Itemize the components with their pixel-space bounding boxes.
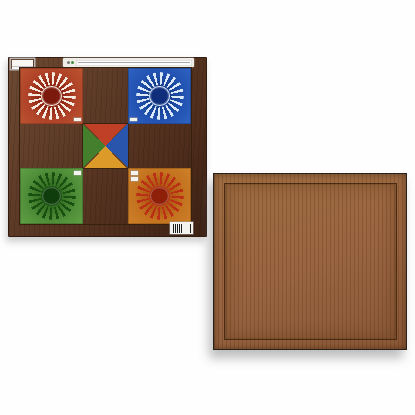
quadrant-tag bbox=[131, 171, 138, 175]
chess-ranks-left bbox=[214, 184, 224, 337]
red-nest-rosette bbox=[28, 72, 76, 120]
parchis-arm-top bbox=[83, 68, 128, 124]
recycle-dot-icon bbox=[71, 61, 74, 64]
parchis-quadrant-green bbox=[20, 168, 83, 224]
product-photo bbox=[0, 0, 415, 415]
parchis-quadrant-yellow bbox=[128, 168, 191, 224]
green-nest-rosette bbox=[28, 172, 76, 220]
quadrant-tag bbox=[74, 118, 81, 122]
blue-nest-rosette bbox=[136, 72, 184, 120]
yellow-nest-rosette bbox=[136, 172, 184, 220]
parchis-quadrant-red bbox=[20, 68, 83, 124]
parchis-arm-left bbox=[20, 124, 83, 168]
parchis-arm-bottom bbox=[83, 168, 128, 224]
quadrant-tag bbox=[130, 118, 137, 122]
quadrant-tag bbox=[131, 177, 138, 181]
ce-label-strip bbox=[63, 58, 194, 67]
chess-files-top bbox=[225, 174, 394, 184]
parchis-board bbox=[8, 57, 207, 237]
chess-board bbox=[213, 173, 407, 350]
chess-files-bottom bbox=[225, 338, 394, 349]
logo-dot-icon bbox=[67, 61, 70, 64]
parchis-playfield bbox=[20, 68, 191, 224]
label-fine-print bbox=[76, 60, 193, 66]
barcode-label bbox=[170, 222, 193, 234]
quadrant-tag bbox=[74, 171, 81, 175]
barcode-icon bbox=[173, 224, 191, 233]
parchis-arm-right bbox=[128, 124, 191, 168]
parchis-center-home bbox=[83, 124, 128, 168]
chess-ranks-right bbox=[396, 184, 406, 337]
parchis-quadrant-blue bbox=[128, 68, 191, 124]
chess-playfield bbox=[225, 184, 396, 339]
